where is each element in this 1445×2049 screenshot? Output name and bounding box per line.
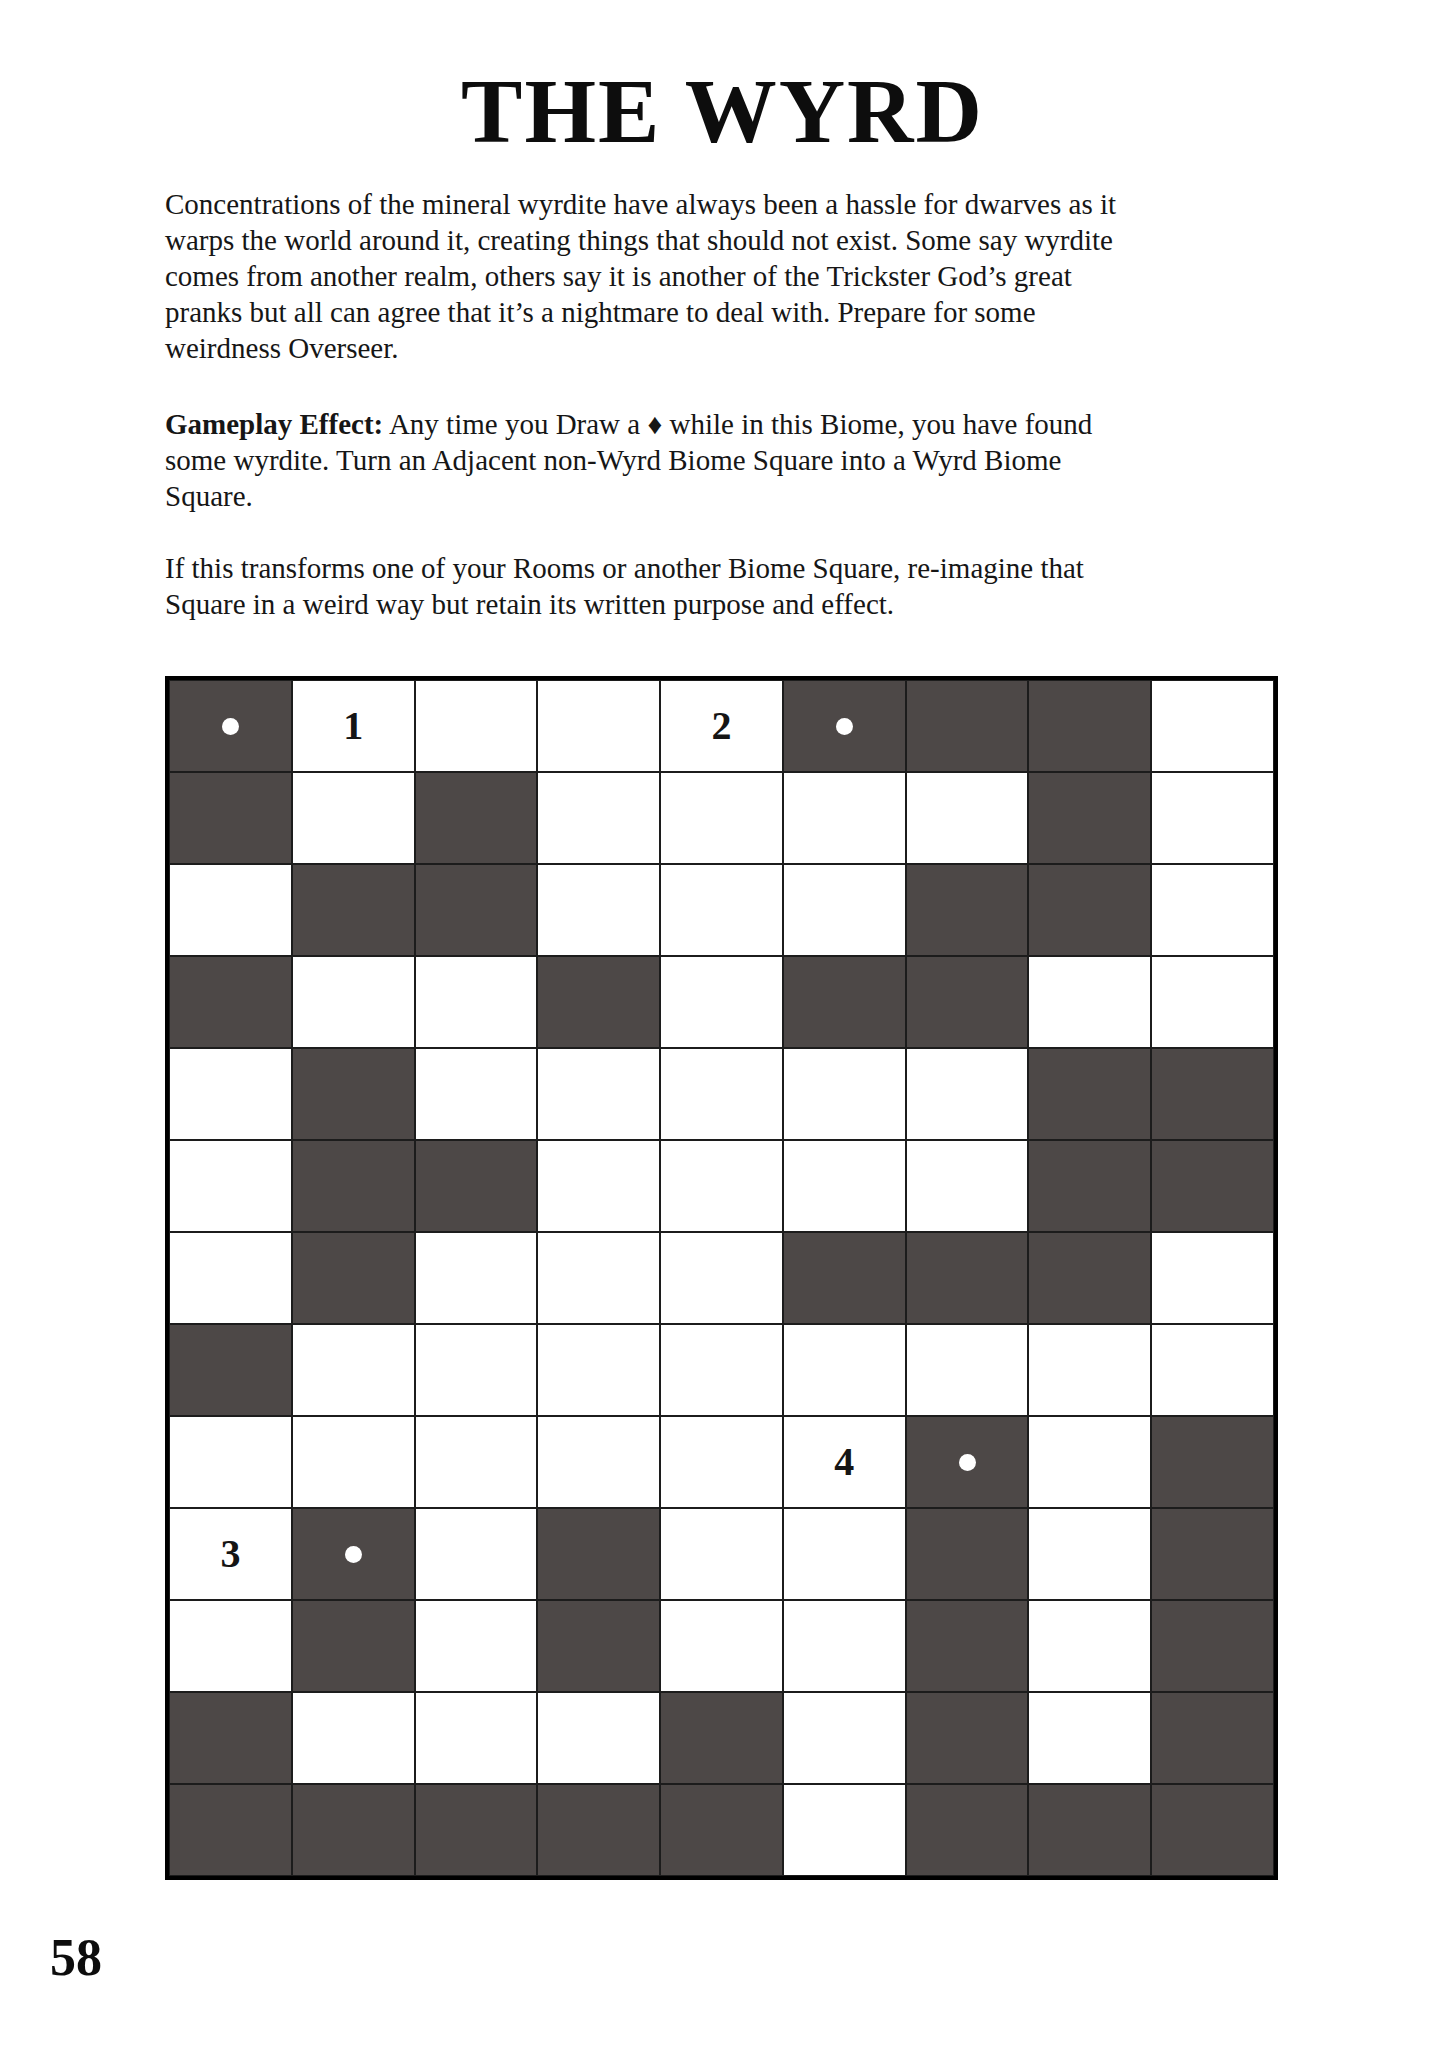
grid-cell [292, 1048, 415, 1140]
grid-cell [292, 1140, 415, 1232]
grid-cell [537, 680, 660, 772]
grid-cell [169, 1140, 292, 1232]
grid-cell [660, 1232, 783, 1324]
grid-cell [415, 1692, 538, 1784]
grid-cell [783, 1232, 906, 1324]
grid-cell [783, 1140, 906, 1232]
grid-cell [1028, 1232, 1151, 1324]
cell-number: 4 [834, 1442, 854, 1482]
grid-cell [783, 772, 906, 864]
grid-cell [906, 680, 1029, 772]
grid-cell [1151, 1692, 1274, 1784]
grid-cell [415, 956, 538, 1048]
grid-cell [292, 956, 415, 1048]
grid-cell [169, 1232, 292, 1324]
cell-number: 3 [220, 1534, 240, 1574]
grid-cell [783, 864, 906, 956]
grid-cell [1151, 1508, 1274, 1600]
grid-cell [906, 864, 1029, 956]
grid-cell [660, 1784, 783, 1876]
grid-cell [169, 1692, 292, 1784]
grid-cell [415, 1508, 538, 1600]
grid-cell [1028, 1508, 1151, 1600]
grid-cell [660, 956, 783, 1048]
grid-cell [906, 956, 1029, 1048]
grid-cell [1151, 772, 1274, 864]
grid-cell [537, 1140, 660, 1232]
grid-cell [169, 680, 292, 772]
grid-cell [292, 1508, 415, 1600]
page: THE WYRD Concentrations of the mineral w… [0, 0, 1445, 2049]
intro-paragraph: Concentrations of the mineral wyrdite ha… [165, 186, 1315, 366]
grid-cell [1151, 864, 1274, 956]
grid-cell [537, 1600, 660, 1692]
grid-cell [537, 1784, 660, 1876]
grid-cell [660, 772, 783, 864]
grid-cell [660, 864, 783, 956]
grid-cell [537, 1048, 660, 1140]
grid-cell [1028, 1600, 1151, 1692]
cell-number: 2 [711, 706, 731, 746]
grid-cell [660, 1692, 783, 1784]
wyrd-marker-dot [222, 718, 239, 735]
grid-cell [1028, 772, 1151, 864]
grid-cell [537, 1692, 660, 1784]
grid-cell [1151, 1416, 1274, 1508]
grid-cell [1028, 864, 1151, 956]
grid-cell [906, 1416, 1029, 1508]
grid-cell [537, 956, 660, 1048]
grid-cell [415, 1324, 538, 1416]
grid-cell: 3 [169, 1508, 292, 1600]
grid-cell [1151, 1600, 1274, 1692]
grid-cell [292, 1692, 415, 1784]
grid-cell [169, 1048, 292, 1140]
grid-cell [660, 1508, 783, 1600]
grid-cell [537, 1416, 660, 1508]
grid-cell [292, 1324, 415, 1416]
grid-cell [292, 772, 415, 864]
grid-cell [1028, 1784, 1151, 1876]
grid-cell [169, 864, 292, 956]
grid-cell [906, 1324, 1029, 1416]
grid-cell [783, 1324, 906, 1416]
grid-cell [537, 1508, 660, 1600]
gameplay-effect-label: Gameplay Effect: [165, 408, 383, 440]
grid-cell [415, 1784, 538, 1876]
grid-cell [1028, 1692, 1151, 1784]
grid-cell [1028, 956, 1151, 1048]
grid-cell [906, 1692, 1029, 1784]
grid-cell [292, 1416, 415, 1508]
grid-cell [415, 772, 538, 864]
grid-cell [1151, 1784, 1274, 1876]
grid-cell [783, 1048, 906, 1140]
grid-cell [415, 1048, 538, 1140]
cell-number: 1 [343, 706, 363, 746]
grid-cell [906, 1140, 1029, 1232]
gameplay-paragraph: Gameplay Effect: Any time you Draw a ♦ w… [165, 406, 1315, 514]
grid-cell [783, 1784, 906, 1876]
grid-cell [169, 1416, 292, 1508]
grid-cell [1151, 956, 1274, 1048]
grid-cell [537, 1232, 660, 1324]
grid-cell [292, 1232, 415, 1324]
transform-paragraph: If this transforms one of your Rooms or … [165, 550, 1315, 622]
grid-cell [783, 1600, 906, 1692]
grid-cell [169, 1784, 292, 1876]
grid-cell [537, 772, 660, 864]
grid-cell [906, 1232, 1029, 1324]
grid-cell [537, 864, 660, 956]
grid-cell [292, 1784, 415, 1876]
grid-cell [169, 772, 292, 864]
grid-cell [1151, 1232, 1274, 1324]
grid-cell [783, 956, 906, 1048]
grid-cell [660, 1324, 783, 1416]
grid-cell [906, 1784, 1029, 1876]
grid-cell [906, 1048, 1029, 1140]
grid-cell [1028, 1140, 1151, 1232]
grid-cell [1151, 1048, 1274, 1140]
grid-cell [660, 1048, 783, 1140]
grid-cell [415, 1416, 538, 1508]
grid-cell [415, 1140, 538, 1232]
grid-cell [660, 1600, 783, 1692]
grid-cell [660, 1140, 783, 1232]
grid-cell [1028, 1324, 1151, 1416]
grid-cell [1151, 1140, 1274, 1232]
grid-cell [292, 864, 415, 956]
wyrd-marker-dot [345, 1546, 362, 1563]
grid-cell: 2 [660, 680, 783, 772]
grid-cell [1151, 680, 1274, 772]
grid-cell [415, 1600, 538, 1692]
grid-cell [1151, 1324, 1274, 1416]
grid-cell [537, 1324, 660, 1416]
grid-cell [906, 772, 1029, 864]
grid-cell [169, 1324, 292, 1416]
grid-cell [169, 1600, 292, 1692]
grid-cell [906, 1600, 1029, 1692]
grid-cell [292, 1600, 415, 1692]
grid-cell [169, 956, 292, 1048]
grid-cell [660, 1416, 783, 1508]
wyrd-marker-dot [959, 1454, 976, 1471]
wyrd-marker-dot [836, 718, 853, 735]
grid-cell [906, 1508, 1029, 1600]
grid-cell [415, 680, 538, 772]
grid-cell: 1 [292, 680, 415, 772]
grid-cell [783, 1508, 906, 1600]
grid-cell [1028, 1416, 1151, 1508]
biome-grid: 1243 [165, 676, 1278, 1880]
grid-cell [1028, 1048, 1151, 1140]
grid-cell [783, 1692, 906, 1784]
page-title: THE WYRD [0, 58, 1445, 164]
grid-cell [1028, 680, 1151, 772]
grid-cell [783, 680, 906, 772]
grid-cell [415, 864, 538, 956]
grid-cell: 4 [783, 1416, 906, 1508]
page-number: 58 [50, 1928, 102, 1987]
grid-cell [415, 1232, 538, 1324]
